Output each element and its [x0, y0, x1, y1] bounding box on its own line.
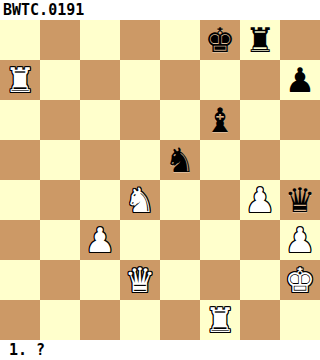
square-e1[interactable]	[160, 300, 200, 340]
square-a8[interactable]	[0, 20, 40, 60]
square-h8[interactable]	[280, 20, 320, 60]
square-e5[interactable]: ♞	[160, 140, 200, 180]
square-f8[interactable]: ♚	[200, 20, 240, 60]
square-d7[interactable]	[120, 60, 160, 100]
square-h7[interactable]: ♟	[280, 60, 320, 100]
square-a5[interactable]	[0, 140, 40, 180]
square-b1[interactable]	[40, 300, 80, 340]
square-h6[interactable]	[280, 100, 320, 140]
square-f5[interactable]	[200, 140, 240, 180]
square-e4[interactable]	[160, 180, 200, 220]
square-a3[interactable]	[0, 220, 40, 260]
square-c6[interactable]	[80, 100, 120, 140]
square-f2[interactable]	[200, 260, 240, 300]
square-d5[interactable]	[120, 140, 160, 180]
square-b2[interactable]	[40, 260, 80, 300]
square-g7[interactable]	[240, 60, 280, 100]
piece-white-knight: ♞	[125, 180, 155, 220]
square-h2[interactable]: ♚	[280, 260, 320, 300]
square-e2[interactable]	[160, 260, 200, 300]
square-g8[interactable]: ♜	[240, 20, 280, 60]
square-f6[interactable]: ♝	[200, 100, 240, 140]
square-d3[interactable]	[120, 220, 160, 260]
piece-white-king: ♚	[285, 260, 315, 300]
square-g4[interactable]: ♟	[240, 180, 280, 220]
square-f3[interactable]	[200, 220, 240, 260]
square-a4[interactable]	[0, 180, 40, 220]
square-g5[interactable]	[240, 140, 280, 180]
square-h5[interactable]	[280, 140, 320, 180]
square-e6[interactable]	[160, 100, 200, 140]
square-f4[interactable]	[200, 180, 240, 220]
piece-black-king: ♚	[205, 20, 235, 60]
square-c8[interactable]	[80, 20, 120, 60]
square-f7[interactable]	[200, 60, 240, 100]
piece-black-queen: ♛	[285, 180, 315, 220]
piece-white-pawn: ♟	[285, 220, 315, 260]
square-h4[interactable]: ♛	[280, 180, 320, 220]
square-g2[interactable]	[240, 260, 280, 300]
piece-black-knight: ♞	[165, 140, 195, 180]
status-bar: 1. ?	[0, 340, 320, 360]
square-c2[interactable]	[80, 260, 120, 300]
square-b6[interactable]	[40, 100, 80, 140]
square-g6[interactable]	[240, 100, 280, 140]
square-f1[interactable]: ♜	[200, 300, 240, 340]
piece-black-bishop: ♝	[205, 100, 235, 140]
square-b5[interactable]	[40, 140, 80, 180]
square-e7[interactable]	[160, 60, 200, 100]
square-b7[interactable]	[40, 60, 80, 100]
square-c3[interactable]: ♟	[80, 220, 120, 260]
square-h3[interactable]: ♟	[280, 220, 320, 260]
square-d6[interactable]	[120, 100, 160, 140]
piece-white-queen: ♛	[125, 260, 155, 300]
square-e8[interactable]	[160, 20, 200, 60]
piece-white-pawn: ♟	[245, 180, 275, 220]
square-d1[interactable]	[120, 300, 160, 340]
piece-white-rook: ♜	[5, 60, 35, 100]
square-c7[interactable]	[80, 60, 120, 100]
square-d4[interactable]: ♞	[120, 180, 160, 220]
square-b3[interactable]	[40, 220, 80, 260]
title-bar: BWTC.0191	[0, 0, 320, 20]
square-g1[interactable]	[240, 300, 280, 340]
square-b4[interactable]	[40, 180, 80, 220]
page-title: BWTC.0191	[3, 1, 84, 19]
square-c4[interactable]	[80, 180, 120, 220]
square-c1[interactable]	[80, 300, 120, 340]
square-d2[interactable]: ♛	[120, 260, 160, 300]
piece-white-pawn: ♟	[85, 220, 115, 260]
piece-black-rook: ♜	[245, 20, 275, 60]
square-h1[interactable]	[280, 300, 320, 340]
piece-white-rook: ♜	[205, 300, 235, 340]
move-prompt: 1. ?	[9, 341, 45, 359]
square-a7[interactable]: ♜	[0, 60, 40, 100]
chess-board: ♚♜♜♟♝♞♞♟♛♟♟♛♚♜	[0, 20, 320, 340]
square-e3[interactable]	[160, 220, 200, 260]
square-a2[interactable]	[0, 260, 40, 300]
square-a6[interactable]	[0, 100, 40, 140]
square-b8[interactable]	[40, 20, 80, 60]
square-d8[interactable]	[120, 20, 160, 60]
square-a1[interactable]	[0, 300, 40, 340]
square-g3[interactable]	[240, 220, 280, 260]
piece-black-pawn: ♟	[285, 60, 315, 100]
square-c5[interactable]	[80, 140, 120, 180]
